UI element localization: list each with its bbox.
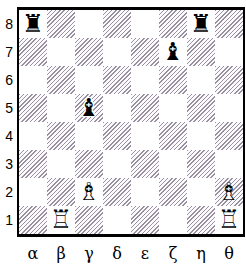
square-a8[interactable]: ♜	[19, 10, 47, 38]
square-h1[interactable]: ♜♖	[215, 206, 243, 234]
file-label-e: ε	[131, 240, 159, 266]
file-label-g: η	[187, 240, 215, 266]
square-h7[interactable]	[215, 38, 243, 66]
square-g4[interactable]	[187, 122, 215, 150]
piece-black-rook[interactable]: ♜	[187, 10, 215, 38]
square-g6[interactable]	[187, 66, 215, 94]
square-e1[interactable]	[131, 206, 159, 234]
square-e3[interactable]	[131, 150, 159, 178]
square-a1[interactable]	[19, 206, 47, 234]
piece-black-bishop[interactable]: ♝	[75, 94, 103, 122]
square-c3[interactable]	[75, 150, 103, 178]
square-d3[interactable]	[103, 150, 131, 178]
square-b1[interactable]: ♜♖	[47, 206, 75, 234]
square-b2[interactable]	[47, 178, 75, 206]
piece-white-bishop[interactable]: ♝♗	[215, 178, 243, 206]
square-d5[interactable]	[103, 94, 131, 122]
piece-white-rook[interactable]: ♜♖	[215, 206, 243, 234]
file-labels: αβγδεζηθ	[19, 240, 243, 266]
square-b5[interactable]	[47, 94, 75, 122]
square-e4[interactable]	[131, 122, 159, 150]
square-d1[interactable]	[103, 206, 131, 234]
file-label-h: θ	[215, 240, 243, 266]
square-d4[interactable]	[103, 122, 131, 150]
square-f3[interactable]	[159, 150, 187, 178]
square-g8[interactable]: ♜	[187, 10, 215, 38]
square-b3[interactable]	[47, 150, 75, 178]
chess-diagram: 87654321 ♜♜♝♝♝♗♝♗♜♖♜♖ αβγδεζηθ	[0, 0, 246, 271]
square-h6[interactable]	[215, 66, 243, 94]
square-e2[interactable]	[131, 178, 159, 206]
square-h8[interactable]	[215, 10, 243, 38]
square-f6[interactable]	[159, 66, 187, 94]
square-c7[interactable]	[75, 38, 103, 66]
square-a3[interactable]	[19, 150, 47, 178]
square-b4[interactable]	[47, 122, 75, 150]
square-b7[interactable]	[47, 38, 75, 66]
square-e8[interactable]	[131, 10, 159, 38]
square-h2[interactable]: ♝♗	[215, 178, 243, 206]
rank-label-2: 2	[0, 178, 16, 206]
square-a5[interactable]	[19, 94, 47, 122]
rank-label-8: 8	[0, 10, 16, 38]
square-f2[interactable]	[159, 178, 187, 206]
square-a6[interactable]	[19, 66, 47, 94]
square-c6[interactable]	[75, 66, 103, 94]
square-d7[interactable]	[103, 38, 131, 66]
square-e5[interactable]	[131, 94, 159, 122]
square-c1[interactable]	[75, 206, 103, 234]
square-c5[interactable]: ♝	[75, 94, 103, 122]
file-label-d: δ	[103, 240, 131, 266]
square-f7[interactable]: ♝	[159, 38, 187, 66]
square-e6[interactable]	[131, 66, 159, 94]
file-label-b: β	[47, 240, 75, 266]
rank-label-1: 1	[0, 206, 16, 234]
square-c4[interactable]	[75, 122, 103, 150]
piece-black-bishop[interactable]: ♝	[159, 38, 187, 66]
piece-white-bishop[interactable]: ♝♗	[75, 178, 103, 206]
square-d6[interactable]	[103, 66, 131, 94]
square-a2[interactable]	[19, 178, 47, 206]
square-b8[interactable]	[47, 10, 75, 38]
chess-board: ♜♜♝♝♝♗♝♗♜♖♜♖	[17, 7, 245, 237]
square-b6[interactable]	[47, 66, 75, 94]
rank-label-7: 7	[0, 38, 16, 66]
square-h5[interactable]	[215, 94, 243, 122]
square-g2[interactable]	[187, 178, 215, 206]
rank-label-5: 5	[0, 94, 16, 122]
file-label-f: ζ	[159, 240, 187, 266]
rank-label-6: 6	[0, 66, 16, 94]
square-g5[interactable]	[187, 94, 215, 122]
square-f8[interactable]	[159, 10, 187, 38]
square-e7[interactable]	[131, 38, 159, 66]
square-f4[interactable]	[159, 122, 187, 150]
rank-label-3: 3	[0, 150, 16, 178]
square-h4[interactable]	[215, 122, 243, 150]
piece-black-rook[interactable]: ♜	[19, 10, 47, 38]
square-d8[interactable]	[103, 10, 131, 38]
square-a7[interactable]	[19, 38, 47, 66]
square-f1[interactable]	[159, 206, 187, 234]
square-f5[interactable]	[159, 94, 187, 122]
square-d2[interactable]	[103, 178, 131, 206]
square-h3[interactable]	[215, 150, 243, 178]
file-label-a: α	[19, 240, 47, 266]
rank-labels: 87654321	[0, 10, 16, 234]
file-label-c: γ	[75, 240, 103, 266]
piece-white-rook[interactable]: ♜♖	[47, 206, 75, 234]
square-a4[interactable]	[19, 122, 47, 150]
square-g3[interactable]	[187, 150, 215, 178]
square-g1[interactable]	[187, 206, 215, 234]
square-c8[interactable]	[75, 10, 103, 38]
square-g7[interactable]	[187, 38, 215, 66]
square-c2[interactable]: ♝♗	[75, 178, 103, 206]
rank-label-4: 4	[0, 122, 16, 150]
